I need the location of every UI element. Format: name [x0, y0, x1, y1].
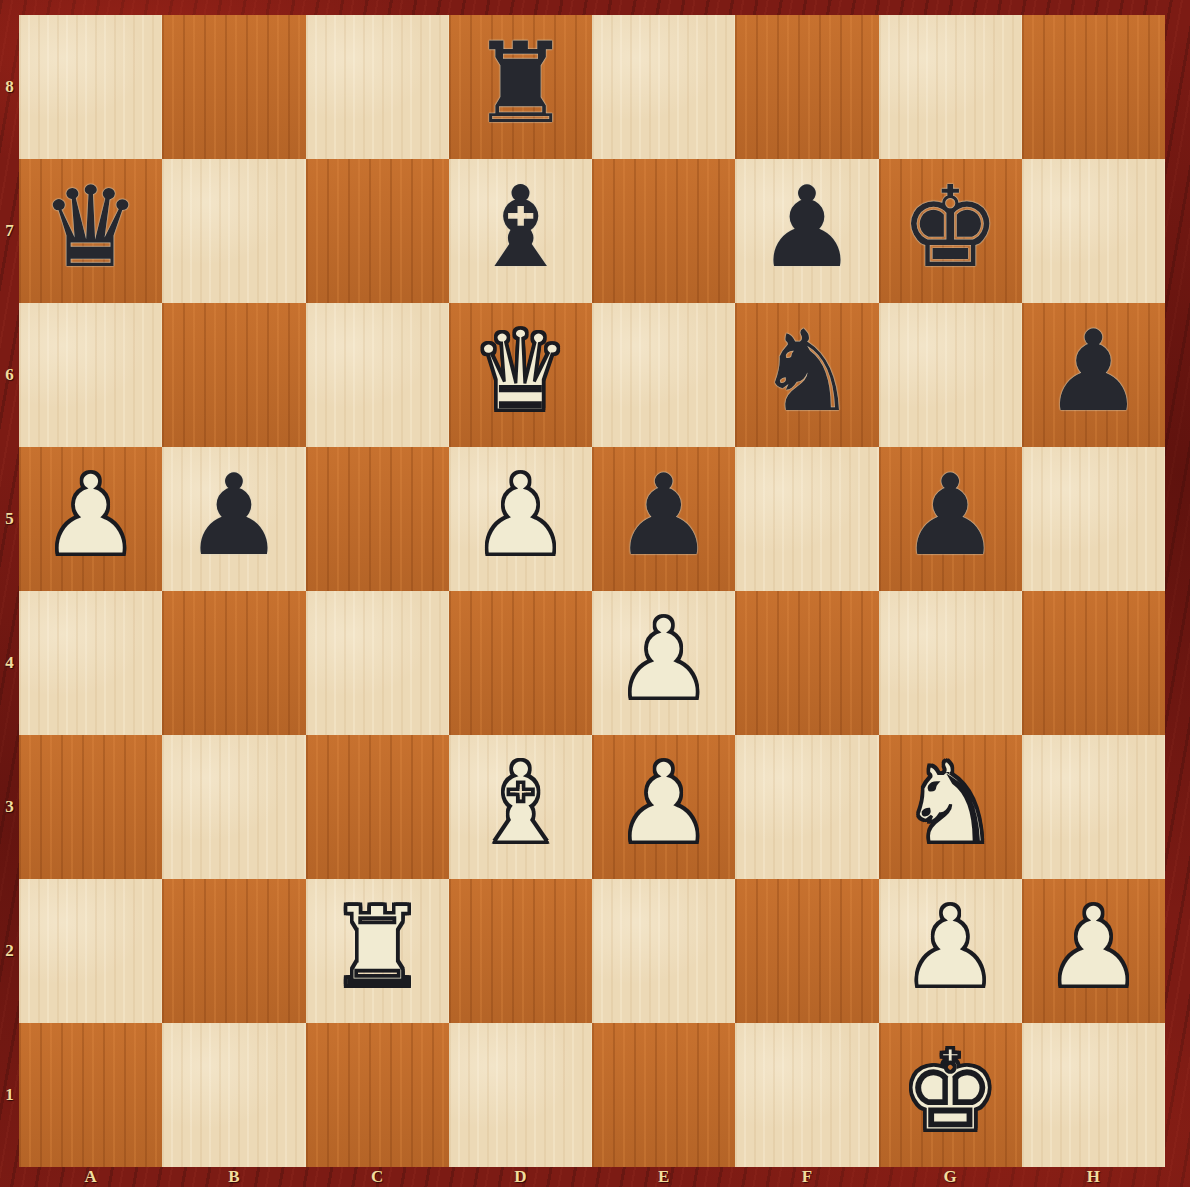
piece-black-queen: ♛ [40, 171, 140, 283]
square-b3[interactable] [162, 735, 305, 879]
piece-white-pawn: ♟ [613, 747, 713, 859]
square-e5[interactable]: ♟ [592, 447, 735, 591]
piece-white-bishop: ♝ [470, 747, 570, 859]
square-g7[interactable]: ♚ [879, 159, 1022, 303]
rank-label-5: 5 [0, 447, 19, 591]
square-g8[interactable] [879, 15, 1022, 159]
square-b1[interactable] [162, 1023, 305, 1167]
square-d6[interactable]: ♛ [449, 303, 592, 447]
square-a2[interactable] [19, 879, 162, 1023]
square-b7[interactable] [162, 159, 305, 303]
piece-white-pawn: ♟ [900, 891, 1000, 1003]
square-g4[interactable] [879, 591, 1022, 735]
file-label-e: E [592, 1167, 735, 1187]
square-c4[interactable] [306, 591, 449, 735]
piece-white-rook: ♜ [327, 891, 427, 1003]
piece-white-knight: ♞ [900, 747, 1000, 859]
square-a6[interactable] [19, 303, 162, 447]
square-a3[interactable] [19, 735, 162, 879]
piece-black-rook: ♜ [470, 27, 570, 139]
rank-label-7: 7 [0, 159, 19, 303]
piece-white-pawn: ♟ [1043, 891, 1143, 1003]
square-f7[interactable]: ♟ [735, 159, 878, 303]
piece-black-pawn: ♟ [613, 459, 713, 571]
square-b5[interactable]: ♟ [162, 447, 305, 591]
rank-label-4: 4 [0, 591, 19, 735]
piece-black-pawn: ♟ [900, 459, 1000, 571]
rank-label-1: 1 [0, 1023, 19, 1167]
square-h2[interactable]: ♟ [1022, 879, 1165, 1023]
rank-label-6: 6 [0, 303, 19, 447]
piece-white-pawn: ♟ [613, 603, 713, 715]
piece-black-pawn: ♟ [184, 459, 284, 571]
piece-white-pawn: ♟ [40, 459, 140, 571]
square-f4[interactable] [735, 591, 878, 735]
square-g1[interactable]: ♚ [879, 1023, 1022, 1167]
square-f6[interactable]: ♞ [735, 303, 878, 447]
square-b2[interactable] [162, 879, 305, 1023]
square-e3[interactable]: ♟ [592, 735, 735, 879]
chess-board: ♜♛♝♟♚♛♞♟♟♟♟♟♟♟♝♟♞♜♟♟♚ [19, 15, 1165, 1167]
piece-black-pawn: ♟ [757, 171, 857, 283]
rank-labels: 87654321 [0, 15, 19, 1167]
square-c2[interactable]: ♜ [306, 879, 449, 1023]
square-h4[interactable] [1022, 591, 1165, 735]
square-c1[interactable] [306, 1023, 449, 1167]
piece-white-pawn: ♟ [470, 459, 570, 571]
square-h8[interactable] [1022, 15, 1165, 159]
square-h5[interactable] [1022, 447, 1165, 591]
right-edge-strip [1190, 0, 1200, 1187]
square-e1[interactable] [592, 1023, 735, 1167]
piece-black-knight: ♞ [757, 315, 857, 427]
square-c8[interactable] [306, 15, 449, 159]
file-label-c: C [306, 1167, 449, 1187]
piece-white-queen: ♛ [470, 315, 570, 427]
square-h3[interactable] [1022, 735, 1165, 879]
square-d7[interactable]: ♝ [449, 159, 592, 303]
square-d3[interactable]: ♝ [449, 735, 592, 879]
rank-label-2: 2 [0, 879, 19, 1023]
square-a7[interactable]: ♛ [19, 159, 162, 303]
square-d4[interactable] [449, 591, 592, 735]
square-g6[interactable] [879, 303, 1022, 447]
board-frame: 87654321 ♜♛♝♟♚♛♞♟♟♟♟♟♟♟♝♟♞♜♟♟♚ ABCDEFGH [0, 0, 1190, 1187]
square-h1[interactable] [1022, 1023, 1165, 1167]
square-d8[interactable]: ♜ [449, 15, 592, 159]
square-d1[interactable] [449, 1023, 592, 1167]
square-f1[interactable] [735, 1023, 878, 1167]
file-label-a: A [19, 1167, 162, 1187]
square-e2[interactable] [592, 879, 735, 1023]
square-g5[interactable]: ♟ [879, 447, 1022, 591]
file-label-b: B [162, 1167, 305, 1187]
rank-label-8: 8 [0, 15, 19, 159]
file-label-h: H [1022, 1167, 1165, 1187]
file-label-f: F [735, 1167, 878, 1187]
piece-black-king: ♚ [900, 171, 1000, 283]
square-b6[interactable] [162, 303, 305, 447]
square-a4[interactable] [19, 591, 162, 735]
piece-black-pawn: ♟ [1043, 315, 1143, 427]
square-e4[interactable]: ♟ [592, 591, 735, 735]
square-a8[interactable] [19, 15, 162, 159]
square-b8[interactable] [162, 15, 305, 159]
square-h6[interactable]: ♟ [1022, 303, 1165, 447]
square-f2[interactable] [735, 879, 878, 1023]
square-b4[interactable] [162, 591, 305, 735]
square-h7[interactable] [1022, 159, 1165, 303]
square-d2[interactable] [449, 879, 592, 1023]
square-c6[interactable] [306, 303, 449, 447]
square-e7[interactable] [592, 159, 735, 303]
file-label-d: D [449, 1167, 592, 1187]
piece-black-bishop: ♝ [470, 171, 570, 283]
square-g2[interactable]: ♟ [879, 879, 1022, 1023]
file-labels: ABCDEFGH [19, 1167, 1165, 1187]
square-f8[interactable] [735, 15, 878, 159]
square-f5[interactable] [735, 447, 878, 591]
square-c7[interactable] [306, 159, 449, 303]
file-label-g: G [879, 1167, 1022, 1187]
square-a5[interactable]: ♟ [19, 447, 162, 591]
square-a1[interactable] [19, 1023, 162, 1167]
square-c3[interactable] [306, 735, 449, 879]
square-g3[interactable]: ♞ [879, 735, 1022, 879]
piece-white-king: ♚ [900, 1035, 1000, 1147]
rank-label-3: 3 [0, 735, 19, 879]
square-f3[interactable] [735, 735, 878, 879]
square-d5[interactable]: ♟ [449, 447, 592, 591]
square-c5[interactable] [306, 447, 449, 591]
square-e8[interactable] [592, 15, 735, 159]
square-e6[interactable] [592, 303, 735, 447]
